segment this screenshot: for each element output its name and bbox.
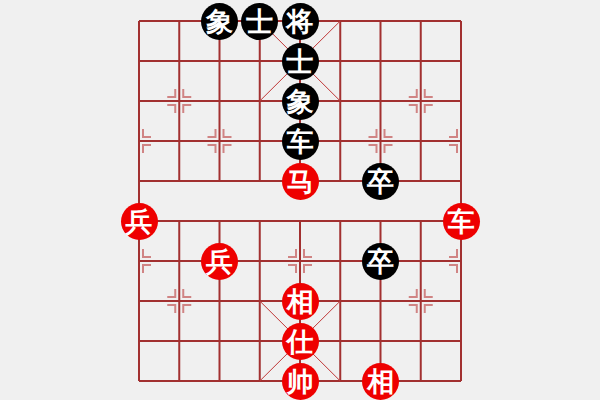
screenshot-root: 象士将士象车马卒兵车兵卒相仕帅相 <box>0 0 600 400</box>
piece-red-horse[interactable]: 马 <box>282 163 319 200</box>
piece-black-elephant[interactable]: 象 <box>201 3 238 40</box>
piece-black-soldier[interactable]: 卒 <box>362 163 399 200</box>
piece-red-advisor[interactable]: 仕 <box>282 323 319 360</box>
piece-black-advisor[interactable]: 士 <box>241 3 278 40</box>
piece-black-general[interactable]: 将 <box>282 3 319 40</box>
pieces-layer: 象士将士象车马卒兵车兵卒相仕帅相 <box>119 1 481 400</box>
piece-red-elephant[interactable]: 相 <box>362 363 399 400</box>
piece-black-advisor[interactable]: 士 <box>282 43 319 80</box>
piece-red-soldier[interactable]: 兵 <box>201 243 238 280</box>
piece-red-soldier[interactable]: 兵 <box>121 203 158 240</box>
piece-black-soldier[interactable]: 卒 <box>362 243 399 280</box>
piece-red-elephant[interactable]: 相 <box>282 283 319 320</box>
piece-red-general[interactable]: 帅 <box>282 363 319 400</box>
xiangqi-board[interactable]: 象士将士象车马卒兵车兵卒相仕帅相 <box>139 21 461 381</box>
piece-black-elephant[interactable]: 象 <box>282 83 319 120</box>
piece-red-chariot[interactable]: 车 <box>443 203 480 240</box>
piece-black-chariot[interactable]: 车 <box>282 123 319 160</box>
